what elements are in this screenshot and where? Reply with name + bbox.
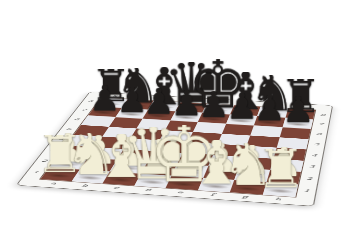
piece-shadow — [169, 181, 198, 187]
square-b3 — [87, 147, 124, 160]
file-label-c: c — [99, 185, 133, 192]
piece-shadow — [138, 179, 167, 185]
piece-shadow — [125, 103, 149, 107]
chess-board: abcdefgh abcdefgh 87654321 87654321 ♜♞♝♛… — [16, 92, 333, 207]
rank-label-8: 8 — [317, 110, 328, 120]
piece-shadow — [288, 113, 312, 118]
piece-shadow — [206, 171, 234, 177]
rank-label-5: 5 — [310, 139, 322, 150]
piece-shadow — [53, 161, 81, 167]
file-label-d: d — [131, 187, 165, 194]
piece-shadow — [45, 173, 74, 179]
piece-shadow — [238, 174, 266, 180]
square-g5 — [247, 135, 280, 147]
piece-shadow — [175, 169, 203, 175]
chess-set-photo: abcdefgh abcdefgh 87654321 87654321 ♜♞♝♛… — [0, 0, 360, 240]
file-label-a: a — [36, 181, 70, 187]
file-label-e: e — [163, 190, 197, 197]
square-d1: ♛ — [134, 173, 172, 187]
square-c5 — [130, 128, 164, 140]
piece-shadow — [285, 122, 310, 127]
piece-shadow — [257, 120, 282, 125]
square-a1: ♜ — [40, 167, 79, 181]
piece-shadow — [106, 177, 135, 183]
piece-shadow — [269, 176, 297, 182]
piece-shadow — [178, 106, 202, 110]
rank-label-1: 1 — [300, 184, 314, 198]
square-e5 — [188, 132, 222, 144]
square-f1: ♝ — [198, 178, 235, 193]
rank-label-4: 4 — [308, 150, 321, 162]
rank-label-7: 7 — [315, 119, 327, 129]
piece-shadow — [173, 115, 198, 120]
square-f3 — [208, 155, 243, 168]
square-h1: ♜ — [262, 182, 298, 197]
piece-shadow — [233, 110, 257, 114]
piece-shadow — [114, 165, 142, 171]
file-label-g: g — [228, 194, 262, 201]
piece-shadow — [75, 175, 104, 181]
piece-shadow — [83, 163, 111, 169]
piece-shadow — [119, 112, 144, 116]
piece-shadow — [260, 111, 284, 115]
piece-shadow — [233, 186, 262, 192]
file-label-b: b — [67, 183, 101, 189]
piece-shadow — [201, 117, 226, 122]
square-f5 — [217, 134, 250, 146]
square-h6 — [279, 127, 311, 139]
piece-shadow — [144, 167, 172, 173]
square-c1: ♝ — [102, 171, 140, 185]
file-label-f: f — [195, 192, 229, 199]
rank-label-3: 3 — [305, 161, 318, 173]
square-e4 — [183, 142, 217, 155]
piece-shadow — [229, 119, 254, 124]
piece-shadow — [151, 105, 175, 109]
rank-label-6: 6 — [313, 129, 325, 140]
piece-shadow — [266, 188, 294, 194]
rank-label-2: 2 — [303, 172, 316, 185]
piece-shadow — [205, 108, 229, 112]
piece-shadow — [146, 114, 171, 119]
piece-shadow — [98, 102, 122, 106]
square-d4 — [153, 140, 188, 153]
board-perspective-wrapper: abcdefgh abcdefgh 87654321 87654321 ♜♞♝♛… — [52, 6, 322, 240]
piece-shadow — [201, 184, 230, 190]
square-e7: ♟ — [198, 113, 230, 124]
square-f2: ♟ — [203, 166, 239, 180]
square-g1: ♞ — [230, 180, 266, 195]
square-h4 — [273, 148, 306, 161]
square-c4 — [124, 138, 159, 150]
file-label-h: h — [261, 196, 295, 203]
square-b5 — [102, 127, 137, 139]
square-e6 — [193, 122, 226, 134]
piece-shadow — [92, 111, 117, 115]
